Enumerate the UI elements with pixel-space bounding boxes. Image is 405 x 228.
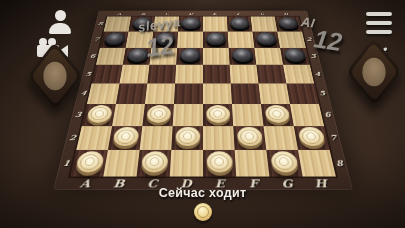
profile-icon[interactable] bbox=[46, 9, 74, 37]
left-player-score: 12 bbox=[144, 30, 176, 63]
left-capture-tray bbox=[27, 42, 83, 111]
checkers-app: ABCDEFGH ABCDEFGH 87654321 12345678 slev… bbox=[0, 0, 405, 228]
right-capture-tray bbox=[346, 38, 402, 107]
hud-overlay: slevya 12 i AI 12 Сейчас ходит bbox=[0, 0, 405, 228]
right-player-score: 12 bbox=[312, 24, 344, 57]
right-player-name: AI bbox=[300, 14, 316, 31]
turn-indicator-white-piece bbox=[194, 203, 212, 221]
menu-icon[interactable] bbox=[366, 12, 392, 34]
turn-label: Сейчас ходит bbox=[0, 186, 405, 200]
